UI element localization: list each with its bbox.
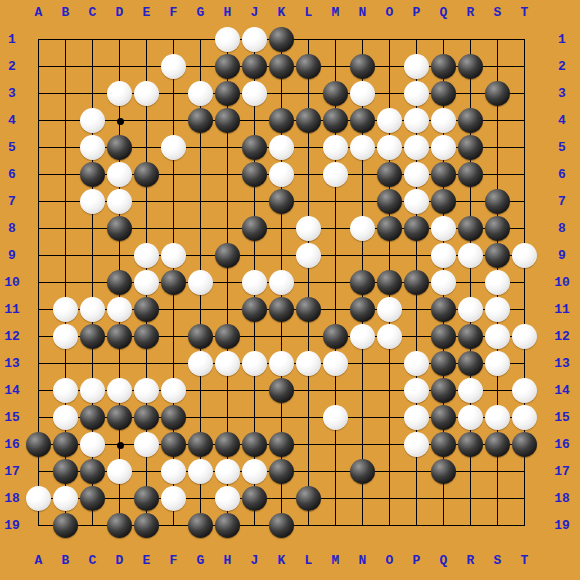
black-stone-O8[interactable] xyxy=(377,216,402,241)
intersection-P9[interactable] xyxy=(403,242,430,269)
intersection-E9[interactable] xyxy=(133,242,160,269)
intersection-B12[interactable] xyxy=(52,323,79,350)
intersection-F16[interactable] xyxy=(160,431,187,458)
black-stone-C6[interactable] xyxy=(80,162,105,187)
white-stone-K10[interactable] xyxy=(269,270,294,295)
intersection-C8[interactable] xyxy=(79,215,106,242)
intersection-S18[interactable] xyxy=(484,485,511,512)
intersection-G14[interactable] xyxy=(187,377,214,404)
intersection-F2[interactable] xyxy=(160,53,187,80)
intersection-L15[interactable] xyxy=(295,404,322,431)
intersection-Q15[interactable] xyxy=(430,404,457,431)
intersection-L1[interactable] xyxy=(295,26,322,53)
intersection-B17[interactable] xyxy=(52,458,79,485)
white-stone-G13[interactable] xyxy=(188,351,213,376)
black-stone-Q13[interactable] xyxy=(431,351,456,376)
intersection-R9[interactable] xyxy=(457,242,484,269)
intersection-Q17[interactable] xyxy=(430,458,457,485)
intersection-K1[interactable] xyxy=(268,26,295,53)
intersection-M3[interactable] xyxy=(322,80,349,107)
black-stone-R12[interactable] xyxy=(458,324,483,349)
black-stone-H4[interactable] xyxy=(215,108,240,133)
intersection-N18[interactable] xyxy=(349,485,376,512)
intersection-E5[interactable] xyxy=(133,134,160,161)
intersection-S16[interactable] xyxy=(484,431,511,458)
intersection-T17[interactable] xyxy=(511,458,538,485)
intersection-L12[interactable] xyxy=(295,323,322,350)
intersection-J2[interactable] xyxy=(241,53,268,80)
intersection-E6[interactable] xyxy=(133,161,160,188)
intersection-L9[interactable] xyxy=(295,242,322,269)
intersection-J11[interactable] xyxy=(241,296,268,323)
intersection-M17[interactable] xyxy=(322,458,349,485)
white-stone-P16[interactable] xyxy=(404,432,429,457)
intersection-B6[interactable] xyxy=(52,161,79,188)
white-stone-C4[interactable] xyxy=(80,108,105,133)
white-stone-T12[interactable] xyxy=(512,324,537,349)
black-stone-B17[interactable] xyxy=(53,459,78,484)
black-stone-E18[interactable] xyxy=(134,486,159,511)
black-stone-R5[interactable] xyxy=(458,135,483,160)
intersection-M7[interactable] xyxy=(322,188,349,215)
intersection-C11[interactable] xyxy=(79,296,106,323)
white-stone-K13[interactable] xyxy=(269,351,294,376)
intersection-O2[interactable] xyxy=(376,53,403,80)
intersection-Q13[interactable] xyxy=(430,350,457,377)
intersection-G4[interactable] xyxy=(187,107,214,134)
intersection-D5[interactable] xyxy=(106,134,133,161)
white-stone-N5[interactable] xyxy=(350,135,375,160)
white-stone-O4[interactable] xyxy=(377,108,402,133)
intersection-L11[interactable] xyxy=(295,296,322,323)
intersection-H15[interactable] xyxy=(214,404,241,431)
black-stone-K2[interactable] xyxy=(269,54,294,79)
intersection-J9[interactable] xyxy=(241,242,268,269)
black-stone-E6[interactable] xyxy=(134,162,159,187)
intersection-R5[interactable] xyxy=(457,134,484,161)
white-stone-P14[interactable] xyxy=(404,378,429,403)
intersection-G16[interactable] xyxy=(187,431,214,458)
intersection-T3[interactable] xyxy=(511,80,538,107)
white-stone-D17[interactable] xyxy=(107,459,132,484)
intersection-H10[interactable] xyxy=(214,269,241,296)
intersection-H11[interactable] xyxy=(214,296,241,323)
intersection-O13[interactable] xyxy=(376,350,403,377)
white-stone-C7[interactable] xyxy=(80,189,105,214)
intersection-J10[interactable] xyxy=(241,269,268,296)
intersection-D3[interactable] xyxy=(106,80,133,107)
intersection-B1[interactable] xyxy=(52,26,79,53)
intersection-O5[interactable] xyxy=(376,134,403,161)
intersection-K6[interactable] xyxy=(268,161,295,188)
black-stone-L11[interactable] xyxy=(296,297,321,322)
intersection-A19[interactable] xyxy=(25,512,52,539)
intersection-H13[interactable] xyxy=(214,350,241,377)
black-stone-J8[interactable] xyxy=(242,216,267,241)
intersection-A2[interactable] xyxy=(25,53,52,80)
intersection-Q10[interactable] xyxy=(430,269,457,296)
intersection-E18[interactable] xyxy=(133,485,160,512)
intersection-R19[interactable] xyxy=(457,512,484,539)
intersection-C9[interactable] xyxy=(79,242,106,269)
black-stone-N17[interactable] xyxy=(350,459,375,484)
intersection-L8[interactable] xyxy=(295,215,322,242)
intersection-M4[interactable] xyxy=(322,107,349,134)
intersection-H18[interactable] xyxy=(214,485,241,512)
intersection-E4[interactable] xyxy=(133,107,160,134)
black-stone-D10[interactable] xyxy=(107,270,132,295)
intersection-C17[interactable] xyxy=(79,458,106,485)
black-stone-R6[interactable] xyxy=(458,162,483,187)
intersection-Q11[interactable] xyxy=(430,296,457,323)
intersection-T6[interactable] xyxy=(511,161,538,188)
white-stone-M6[interactable] xyxy=(323,162,348,187)
black-stone-H16[interactable] xyxy=(215,432,240,457)
intersection-M16[interactable] xyxy=(322,431,349,458)
black-stone-N10[interactable] xyxy=(350,270,375,295)
intersection-Q2[interactable] xyxy=(430,53,457,80)
black-stone-J11[interactable] xyxy=(242,297,267,322)
intersection-P12[interactable] xyxy=(403,323,430,350)
intersection-R17[interactable] xyxy=(457,458,484,485)
black-stone-C18[interactable] xyxy=(80,486,105,511)
intersection-H4[interactable] xyxy=(214,107,241,134)
intersection-R18[interactable] xyxy=(457,485,484,512)
black-stone-G19[interactable] xyxy=(188,513,213,538)
black-stone-J5[interactable] xyxy=(242,135,267,160)
intersection-C6[interactable] xyxy=(79,161,106,188)
intersection-M14[interactable] xyxy=(322,377,349,404)
intersection-K2[interactable] xyxy=(268,53,295,80)
intersection-N14[interactable] xyxy=(349,377,376,404)
white-stone-E16[interactable] xyxy=(134,432,159,457)
black-stone-K16[interactable] xyxy=(269,432,294,457)
intersection-L4[interactable] xyxy=(295,107,322,134)
intersection-C2[interactable] xyxy=(79,53,106,80)
intersection-M19[interactable] xyxy=(322,512,349,539)
white-stone-D6[interactable] xyxy=(107,162,132,187)
intersection-D17[interactable] xyxy=(106,458,133,485)
white-stone-E9[interactable] xyxy=(134,243,159,268)
intersection-N12[interactable] xyxy=(349,323,376,350)
intersection-J18[interactable] xyxy=(241,485,268,512)
white-stone-S11[interactable] xyxy=(485,297,510,322)
black-stone-T16[interactable] xyxy=(512,432,537,457)
intersection-S10[interactable] xyxy=(484,269,511,296)
intersection-S17[interactable] xyxy=(484,458,511,485)
intersection-B13[interactable] xyxy=(52,350,79,377)
intersection-T12[interactable] xyxy=(511,323,538,350)
intersection-M12[interactable] xyxy=(322,323,349,350)
intersection-Q1[interactable] xyxy=(430,26,457,53)
intersection-O14[interactable] xyxy=(376,377,403,404)
intersection-N6[interactable] xyxy=(349,161,376,188)
intersection-D6[interactable] xyxy=(106,161,133,188)
intersection-J3[interactable] xyxy=(241,80,268,107)
intersection-H3[interactable] xyxy=(214,80,241,107)
intersection-S3[interactable] xyxy=(484,80,511,107)
intersection-J8[interactable] xyxy=(241,215,268,242)
white-stone-C5[interactable] xyxy=(80,135,105,160)
intersection-G6[interactable] xyxy=(187,161,214,188)
white-stone-F17[interactable] xyxy=(161,459,186,484)
intersection-O1[interactable] xyxy=(376,26,403,53)
black-stone-D15[interactable] xyxy=(107,405,132,430)
intersection-J13[interactable] xyxy=(241,350,268,377)
intersection-B3[interactable] xyxy=(52,80,79,107)
intersection-C3[interactable] xyxy=(79,80,106,107)
intersection-R8[interactable] xyxy=(457,215,484,242)
intersection-E15[interactable] xyxy=(133,404,160,431)
intersection-S9[interactable] xyxy=(484,242,511,269)
intersection-R6[interactable] xyxy=(457,161,484,188)
intersection-T8[interactable] xyxy=(511,215,538,242)
black-stone-O7[interactable] xyxy=(377,189,402,214)
intersection-H14[interactable] xyxy=(214,377,241,404)
intersection-E16[interactable] xyxy=(133,431,160,458)
black-stone-L18[interactable] xyxy=(296,486,321,511)
black-stone-G16[interactable] xyxy=(188,432,213,457)
intersection-R1[interactable] xyxy=(457,26,484,53)
intersection-C14[interactable] xyxy=(79,377,106,404)
intersection-T1[interactable] xyxy=(511,26,538,53)
black-stone-J2[interactable] xyxy=(242,54,267,79)
intersection-E2[interactable] xyxy=(133,53,160,80)
white-stone-F14[interactable] xyxy=(161,378,186,403)
black-stone-D12[interactable] xyxy=(107,324,132,349)
white-stone-B18[interactable] xyxy=(53,486,78,511)
intersection-S1[interactable] xyxy=(484,26,511,53)
intersection-G5[interactable] xyxy=(187,134,214,161)
intersection-T14[interactable] xyxy=(511,377,538,404)
intersection-L7[interactable] xyxy=(295,188,322,215)
intersection-K18[interactable] xyxy=(268,485,295,512)
black-stone-J18[interactable] xyxy=(242,486,267,511)
intersection-A4[interactable] xyxy=(25,107,52,134)
black-stone-D8[interactable] xyxy=(107,216,132,241)
black-stone-J6[interactable] xyxy=(242,162,267,187)
intersection-F3[interactable] xyxy=(160,80,187,107)
intersection-G18[interactable] xyxy=(187,485,214,512)
intersection-T15[interactable] xyxy=(511,404,538,431)
intersection-G15[interactable] xyxy=(187,404,214,431)
white-stone-H18[interactable] xyxy=(215,486,240,511)
intersection-F17[interactable] xyxy=(160,458,187,485)
intersection-F12[interactable] xyxy=(160,323,187,350)
white-stone-B15[interactable] xyxy=(53,405,78,430)
intersection-N11[interactable] xyxy=(349,296,376,323)
black-stone-H3[interactable] xyxy=(215,81,240,106)
intersection-A15[interactable] xyxy=(25,404,52,431)
intersection-B14[interactable] xyxy=(52,377,79,404)
intersection-K11[interactable] xyxy=(268,296,295,323)
intersection-D11[interactable] xyxy=(106,296,133,323)
intersection-L19[interactable] xyxy=(295,512,322,539)
intersection-K14[interactable] xyxy=(268,377,295,404)
white-stone-T9[interactable] xyxy=(512,243,537,268)
intersection-N10[interactable] xyxy=(349,269,376,296)
intersection-B15[interactable] xyxy=(52,404,79,431)
intersection-L2[interactable] xyxy=(295,53,322,80)
intersection-G2[interactable] xyxy=(187,53,214,80)
intersection-O9[interactable] xyxy=(376,242,403,269)
intersection-H2[interactable] xyxy=(214,53,241,80)
intersection-F14[interactable] xyxy=(160,377,187,404)
intersection-H16[interactable] xyxy=(214,431,241,458)
black-stone-F15[interactable] xyxy=(161,405,186,430)
intersection-N1[interactable] xyxy=(349,26,376,53)
black-stone-E15[interactable] xyxy=(134,405,159,430)
intersection-R12[interactable] xyxy=(457,323,484,350)
intersection-S11[interactable] xyxy=(484,296,511,323)
intersection-L10[interactable] xyxy=(295,269,322,296)
intersection-J6[interactable] xyxy=(241,161,268,188)
intersection-S13[interactable] xyxy=(484,350,511,377)
intersection-Q3[interactable] xyxy=(430,80,457,107)
white-stone-P3[interactable] xyxy=(404,81,429,106)
white-stone-C14[interactable] xyxy=(80,378,105,403)
intersection-G13[interactable] xyxy=(187,350,214,377)
intersection-A17[interactable] xyxy=(25,458,52,485)
intersection-A9[interactable] xyxy=(25,242,52,269)
intersection-O3[interactable] xyxy=(376,80,403,107)
white-stone-R11[interactable] xyxy=(458,297,483,322)
white-stone-T15[interactable] xyxy=(512,405,537,430)
intersection-A14[interactable] xyxy=(25,377,52,404)
intersection-Q5[interactable] xyxy=(430,134,457,161)
intersection-D13[interactable] xyxy=(106,350,133,377)
intersection-F1[interactable] xyxy=(160,26,187,53)
intersection-K7[interactable] xyxy=(268,188,295,215)
white-stone-F2[interactable] xyxy=(161,54,186,79)
intersection-F10[interactable] xyxy=(160,269,187,296)
white-stone-Q8[interactable] xyxy=(431,216,456,241)
intersection-R10[interactable] xyxy=(457,269,484,296)
intersection-P10[interactable] xyxy=(403,269,430,296)
intersection-S15[interactable] xyxy=(484,404,511,431)
intersection-T5[interactable] xyxy=(511,134,538,161)
intersection-N7[interactable] xyxy=(349,188,376,215)
intersection-P7[interactable] xyxy=(403,188,430,215)
intersection-S4[interactable] xyxy=(484,107,511,134)
black-stone-S9[interactable] xyxy=(485,243,510,268)
intersection-M1[interactable] xyxy=(322,26,349,53)
intersection-Q6[interactable] xyxy=(430,161,457,188)
intersection-O16[interactable] xyxy=(376,431,403,458)
intersection-C12[interactable] xyxy=(79,323,106,350)
intersection-B10[interactable] xyxy=(52,269,79,296)
white-stone-J17[interactable] xyxy=(242,459,267,484)
intersection-K5[interactable] xyxy=(268,134,295,161)
intersection-Q7[interactable] xyxy=(430,188,457,215)
intersection-H7[interactable] xyxy=(214,188,241,215)
intersection-R14[interactable] xyxy=(457,377,484,404)
black-stone-R4[interactable] xyxy=(458,108,483,133)
black-stone-C12[interactable] xyxy=(80,324,105,349)
intersection-A6[interactable] xyxy=(25,161,52,188)
white-stone-S12[interactable] xyxy=(485,324,510,349)
intersection-J14[interactable] xyxy=(241,377,268,404)
intersection-Q12[interactable] xyxy=(430,323,457,350)
intersection-P2[interactable] xyxy=(403,53,430,80)
intersection-E10[interactable] xyxy=(133,269,160,296)
intersection-S14[interactable] xyxy=(484,377,511,404)
intersection-G8[interactable] xyxy=(187,215,214,242)
intersection-N17[interactable] xyxy=(349,458,376,485)
intersection-F11[interactable] xyxy=(160,296,187,323)
black-stone-Q11[interactable] xyxy=(431,297,456,322)
intersection-H17[interactable] xyxy=(214,458,241,485)
intersection-P3[interactable] xyxy=(403,80,430,107)
intersection-B18[interactable] xyxy=(52,485,79,512)
white-stone-R15[interactable] xyxy=(458,405,483,430)
intersection-O15[interactable] xyxy=(376,404,403,431)
black-stone-G12[interactable] xyxy=(188,324,213,349)
black-stone-R13[interactable] xyxy=(458,351,483,376)
intersection-L17[interactable] xyxy=(295,458,322,485)
intersection-L6[interactable] xyxy=(295,161,322,188)
intersection-S5[interactable] xyxy=(484,134,511,161)
intersection-A18[interactable] xyxy=(25,485,52,512)
intersection-M9[interactable] xyxy=(322,242,349,269)
intersection-T11[interactable] xyxy=(511,296,538,323)
black-stone-Q6[interactable] xyxy=(431,162,456,187)
intersection-F6[interactable] xyxy=(160,161,187,188)
black-stone-C17[interactable] xyxy=(80,459,105,484)
intersection-D1[interactable] xyxy=(106,26,133,53)
white-stone-H1[interactable] xyxy=(215,27,240,52)
intersection-D16[interactable] xyxy=(106,431,133,458)
black-stone-Q14[interactable] xyxy=(431,378,456,403)
black-stone-H9[interactable] xyxy=(215,243,240,268)
white-stone-S10[interactable] xyxy=(485,270,510,295)
intersection-A1[interactable] xyxy=(25,26,52,53)
intersection-J5[interactable] xyxy=(241,134,268,161)
intersection-O18[interactable] xyxy=(376,485,403,512)
white-stone-G17[interactable] xyxy=(188,459,213,484)
intersection-O17[interactable] xyxy=(376,458,403,485)
intersection-Q9[interactable] xyxy=(430,242,457,269)
intersection-D8[interactable] xyxy=(106,215,133,242)
intersection-E14[interactable] xyxy=(133,377,160,404)
intersection-A13[interactable] xyxy=(25,350,52,377)
intersection-N8[interactable] xyxy=(349,215,376,242)
intersection-K16[interactable] xyxy=(268,431,295,458)
intersection-K8[interactable] xyxy=(268,215,295,242)
white-stone-D3[interactable] xyxy=(107,81,132,106)
white-stone-L8[interactable] xyxy=(296,216,321,241)
intersection-B2[interactable] xyxy=(52,53,79,80)
white-stone-H17[interactable] xyxy=(215,459,240,484)
intersection-T2[interactable] xyxy=(511,53,538,80)
intersection-M2[interactable] xyxy=(322,53,349,80)
white-stone-O11[interactable] xyxy=(377,297,402,322)
intersection-D18[interactable] xyxy=(106,485,133,512)
intersection-L3[interactable] xyxy=(295,80,322,107)
intersection-H1[interactable] xyxy=(214,26,241,53)
white-stone-L13[interactable] xyxy=(296,351,321,376)
intersection-H8[interactable] xyxy=(214,215,241,242)
intersection-Q18[interactable] xyxy=(430,485,457,512)
intersection-O6[interactable] xyxy=(376,161,403,188)
intersection-T16[interactable] xyxy=(511,431,538,458)
intersection-D14[interactable] xyxy=(106,377,133,404)
black-stone-K11[interactable] xyxy=(269,297,294,322)
black-stone-D5[interactable] xyxy=(107,135,132,160)
white-stone-S13[interactable] xyxy=(485,351,510,376)
white-stone-P2[interactable] xyxy=(404,54,429,79)
intersection-J4[interactable] xyxy=(241,107,268,134)
